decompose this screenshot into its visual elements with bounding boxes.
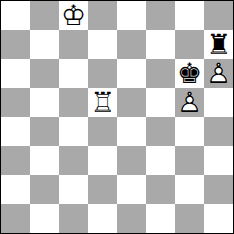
white-king[interactable]: ♚♔ — [59, 1, 88, 30]
square-d2[interactable] — [88, 175, 117, 204]
square-f5[interactable] — [146, 88, 175, 117]
white-king-glyph: ♔ — [59, 1, 88, 30]
square-g5[interactable]: ♟♙ — [175, 88, 204, 117]
square-b8[interactable] — [30, 1, 59, 30]
square-g8[interactable] — [175, 1, 204, 30]
square-a4[interactable] — [1, 117, 30, 146]
square-c2[interactable] — [59, 175, 88, 204]
square-c1[interactable] — [59, 204, 88, 233]
black-king[interactable]: ♚ — [175, 59, 204, 88]
square-g6[interactable]: ♚ — [175, 59, 204, 88]
square-e5[interactable] — [117, 88, 146, 117]
square-e4[interactable] — [117, 117, 146, 146]
square-d7[interactable] — [88, 30, 117, 59]
square-a6[interactable] — [1, 59, 30, 88]
square-h6[interactable]: ♟♙ — [204, 59, 233, 88]
square-c4[interactable] — [59, 117, 88, 146]
square-f6[interactable] — [146, 59, 175, 88]
square-g1[interactable] — [175, 204, 204, 233]
square-f3[interactable] — [146, 146, 175, 175]
square-a3[interactable] — [1, 146, 30, 175]
square-g3[interactable] — [175, 146, 204, 175]
square-d6[interactable] — [88, 59, 117, 88]
square-h1[interactable] — [204, 204, 233, 233]
square-b7[interactable] — [30, 30, 59, 59]
square-h7[interactable]: ♜ — [204, 30, 233, 59]
square-d4[interactable] — [88, 117, 117, 146]
square-c3[interactable] — [59, 146, 88, 175]
square-d8[interactable] — [88, 1, 117, 30]
white-pawn-glyph: ♙ — [175, 88, 204, 117]
black-rook[interactable]: ♜ — [204, 30, 233, 59]
square-f8[interactable] — [146, 1, 175, 30]
square-b5[interactable] — [30, 88, 59, 117]
white-pawn[interactable]: ♟♙ — [204, 59, 233, 88]
square-a8[interactable] — [1, 1, 30, 30]
square-c6[interactable] — [59, 59, 88, 88]
square-h3[interactable] — [204, 146, 233, 175]
square-e8[interactable] — [117, 1, 146, 30]
square-b4[interactable] — [30, 117, 59, 146]
square-d5[interactable]: ♜♖ — [88, 88, 117, 117]
white-rook[interactable]: ♜♖ — [88, 88, 117, 117]
square-b3[interactable] — [30, 146, 59, 175]
square-e7[interactable] — [117, 30, 146, 59]
square-c5[interactable] — [59, 88, 88, 117]
white-pawn-glyph: ♙ — [204, 59, 233, 88]
square-e3[interactable] — [117, 146, 146, 175]
square-h5[interactable] — [204, 88, 233, 117]
black-rook-glyph: ♜ — [204, 30, 233, 59]
square-a7[interactable] — [1, 30, 30, 59]
square-h4[interactable] — [204, 117, 233, 146]
square-g4[interactable] — [175, 117, 204, 146]
square-f7[interactable] — [146, 30, 175, 59]
square-b1[interactable] — [30, 204, 59, 233]
square-b6[interactable] — [30, 59, 59, 88]
white-pawn[interactable]: ♟♙ — [175, 88, 204, 117]
square-g7[interactable] — [175, 30, 204, 59]
square-e2[interactable] — [117, 175, 146, 204]
square-f2[interactable] — [146, 175, 175, 204]
square-c7[interactable] — [59, 30, 88, 59]
square-g2[interactable] — [175, 175, 204, 204]
square-c8[interactable]: ♚♔ — [59, 1, 88, 30]
square-d3[interactable] — [88, 146, 117, 175]
square-d1[interactable] — [88, 204, 117, 233]
square-a1[interactable] — [1, 204, 30, 233]
square-f4[interactable] — [146, 117, 175, 146]
square-h2[interactable] — [204, 175, 233, 204]
square-e6[interactable] — [117, 59, 146, 88]
square-a5[interactable] — [1, 88, 30, 117]
white-rook-glyph: ♖ — [88, 88, 117, 117]
chess-board: ♚♔♜♚♟♙♜♖♟♙ — [0, 0, 234, 234]
black-king-glyph: ♚ — [175, 59, 204, 88]
square-b2[interactable] — [30, 175, 59, 204]
square-f1[interactable] — [146, 204, 175, 233]
square-e1[interactable] — [117, 204, 146, 233]
square-a2[interactable] — [1, 175, 30, 204]
square-h8[interactable] — [204, 1, 233, 30]
